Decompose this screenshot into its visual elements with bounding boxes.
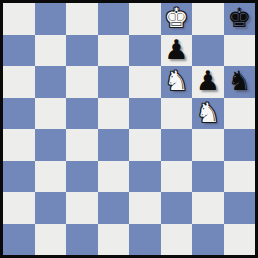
piece-white-king[interactable]: ♚ [164,4,188,31]
piece-black-king[interactable]: ♚ [227,4,251,31]
square-a1[interactable] [3,224,35,256]
square-b7[interactable] [35,35,67,67]
square-a5[interactable] [3,98,35,130]
square-g4[interactable] [192,129,224,161]
piece-black-knight[interactable]: ♞ [227,67,251,94]
square-d7[interactable] [98,35,130,67]
square-d1[interactable] [98,224,130,256]
square-d4[interactable] [98,129,130,161]
square-b2[interactable] [35,192,67,224]
square-f3[interactable] [161,161,193,193]
square-e8[interactable] [129,3,161,35]
square-d3[interactable] [98,161,130,193]
square-c5[interactable] [66,98,98,130]
square-g1[interactable] [192,224,224,256]
square-g6[interactable]: ♟ [192,66,224,98]
square-a2[interactable] [3,192,35,224]
square-f6[interactable]: ♞ [161,66,193,98]
square-e6[interactable] [129,66,161,98]
square-b8[interactable] [35,3,67,35]
piece-black-pawn[interactable]: ♟ [196,67,220,94]
square-h8[interactable]: ♚ [224,3,256,35]
square-e3[interactable] [129,161,161,193]
square-f4[interactable] [161,129,193,161]
piece-black-pawn[interactable]: ♟ [164,36,188,63]
square-h4[interactable] [224,129,256,161]
square-g3[interactable] [192,161,224,193]
square-e7[interactable] [129,35,161,67]
square-e5[interactable] [129,98,161,130]
square-f7[interactable]: ♟ [161,35,193,67]
square-f5[interactable] [161,98,193,130]
square-g8[interactable] [192,3,224,35]
square-h6[interactable]: ♞ [224,66,256,98]
square-h1[interactable] [224,224,256,256]
square-b5[interactable] [35,98,67,130]
square-c8[interactable] [66,3,98,35]
square-e4[interactable] [129,129,161,161]
square-b3[interactable] [35,161,67,193]
square-d5[interactable] [98,98,130,130]
square-c1[interactable] [66,224,98,256]
square-a4[interactable] [3,129,35,161]
square-c3[interactable] [66,161,98,193]
chess-board-frame: ♚♚♟♞♟♞♞ [0,0,258,258]
square-f1[interactable] [161,224,193,256]
square-h5[interactable] [224,98,256,130]
square-h2[interactable] [224,192,256,224]
square-f2[interactable] [161,192,193,224]
square-g7[interactable] [192,35,224,67]
square-a6[interactable] [3,66,35,98]
square-h7[interactable] [224,35,256,67]
square-d2[interactable] [98,192,130,224]
chess-board: ♚♚♟♞♟♞♞ [3,3,255,255]
square-d8[interactable] [98,3,130,35]
square-e2[interactable] [129,192,161,224]
square-a8[interactable] [3,3,35,35]
square-b6[interactable] [35,66,67,98]
square-g5[interactable]: ♞ [192,98,224,130]
square-d6[interactable] [98,66,130,98]
square-b4[interactable] [35,129,67,161]
square-c2[interactable] [66,192,98,224]
square-c6[interactable] [66,66,98,98]
square-g2[interactable] [192,192,224,224]
square-c4[interactable] [66,129,98,161]
square-a7[interactable] [3,35,35,67]
piece-white-knight[interactable]: ♞ [164,67,188,94]
square-f8[interactable]: ♚ [161,3,193,35]
square-e1[interactable] [129,224,161,256]
square-c7[interactable] [66,35,98,67]
square-b1[interactable] [35,224,67,256]
piece-white-knight[interactable]: ♞ [196,99,220,126]
square-a3[interactable] [3,161,35,193]
square-h3[interactable] [224,161,256,193]
